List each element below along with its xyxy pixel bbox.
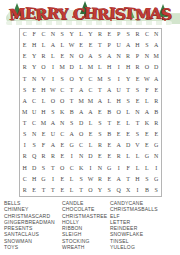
grid-cell-r13c13: L xyxy=(133,163,142,174)
title-letter: S xyxy=(160,3,171,26)
grid-cell-r10c8: E xyxy=(86,129,95,140)
grid-cell-r8c14: A xyxy=(142,107,151,118)
grid-cell-r8c1: M xyxy=(20,107,29,118)
grid-cell-r14c4: I xyxy=(48,174,57,185)
grid-cell-r15c2: E xyxy=(29,185,38,196)
grid-cell-r9c2: C xyxy=(29,118,38,129)
grid-cell-r7c6: T xyxy=(67,96,76,107)
grid-cell-r7c4: O xyxy=(48,96,57,107)
grid-cell-r3c8: A xyxy=(86,51,95,62)
grid-cell-r5c11: I xyxy=(114,74,123,85)
grid-cell-r10c11: E xyxy=(114,129,123,140)
grid-cell-r8c8: A xyxy=(86,107,95,118)
grid-cell-r12c12: L xyxy=(123,151,132,162)
grid-cell-r8c10: B xyxy=(105,107,114,118)
grid-cell-r15c3: T xyxy=(39,185,48,196)
grid-cell-r10c14: E xyxy=(142,129,151,140)
grid-cell-r9c4: A xyxy=(48,118,57,129)
grid-cell-r13c12: F xyxy=(123,163,132,174)
grid-cell-r2c8: E xyxy=(86,40,95,51)
grid-cell-r11c5: E xyxy=(58,140,67,151)
grid-cell-r12c7: N xyxy=(76,151,85,162)
grid-cell-r15c6: L xyxy=(67,185,76,196)
grid-cell-r13c4: T xyxy=(48,163,57,174)
grid-cell-r3c3: R xyxy=(39,51,48,62)
grid-cell-r4c1: R xyxy=(20,62,29,73)
grid-cell-r8c15: B xyxy=(152,107,161,118)
grid-cell-r3c7: O xyxy=(76,51,85,62)
grid-cell-r5c1: T xyxy=(20,74,29,85)
grid-cell-r3c14: N xyxy=(142,51,151,62)
grid-cell-r6c7: A xyxy=(76,85,85,96)
grid-cell-r7c9: A xyxy=(95,96,104,107)
puzzle-title: MERRYCHRISTMAS xyxy=(6,3,174,25)
grid-cell-r14c11: A xyxy=(114,174,123,185)
grid-cell-r14c8: W xyxy=(86,174,95,185)
grid-cell-r13c1: H xyxy=(20,163,29,174)
grid-cell-r11c15: G xyxy=(152,140,161,151)
grid-cell-r2c6: W xyxy=(67,40,76,51)
grid-cell-r12c8: D xyxy=(86,151,95,162)
grid-cell-r13c6: C xyxy=(67,163,76,174)
grid-cell-r4c6: D xyxy=(67,62,76,73)
grid-cell-r6c14: F xyxy=(142,85,151,96)
grid-cell-r11c9: R xyxy=(95,140,104,151)
grid-cell-r6c8: C xyxy=(86,85,95,96)
grid-cell-r14c7: S xyxy=(76,174,85,185)
grid-cell-r12c11: R xyxy=(114,151,123,162)
grid-cell-r7c1: A xyxy=(20,96,29,107)
word-list-item: WREATH xyxy=(62,244,108,250)
grid-cell-r13c7: K xyxy=(76,163,85,174)
grid-cell-r4c14: O xyxy=(142,62,151,73)
grid-cell-r9c3: M xyxy=(39,118,48,129)
grid-cell-r11c12: D xyxy=(123,140,132,151)
grid-cell-r5c3: V xyxy=(39,74,48,85)
grid-cell-r11c8: L xyxy=(86,140,95,151)
grid-cell-r1c1: C xyxy=(20,29,29,40)
title-letter: Y xyxy=(58,3,69,26)
grid-cell-r9c11: E xyxy=(114,118,123,129)
grid-cell-r12c10: E xyxy=(105,151,114,162)
grid-cell-r1c4: N xyxy=(48,29,57,40)
grid-cell-r7c11: H xyxy=(114,96,123,107)
grid-cell-r9c12: L xyxy=(123,118,132,129)
grid-cell-r13c14: L xyxy=(142,163,151,174)
grid-cell-r12c15: N xyxy=(152,151,161,162)
grid-cell-r11c6: G xyxy=(67,140,76,151)
grid-cell-r14c1: C xyxy=(20,174,29,185)
grid-cell-r13c9: N xyxy=(95,163,104,174)
grid-cell-r8c6: B xyxy=(67,107,76,118)
grid-cell-r5c10: S xyxy=(105,74,114,85)
grid-cell-r3c4: L xyxy=(48,51,57,62)
grid-cell-r8c7: A xyxy=(76,107,85,118)
grid-cell-r10c15: E xyxy=(152,129,161,140)
grid-cell-r12c2: Q xyxy=(29,151,38,162)
grid-cell-r5c14: W xyxy=(142,74,151,85)
grid-cell-r7c10: L xyxy=(105,96,114,107)
word-list-item: CHRISTMASTREE xyxy=(62,213,108,219)
grid-cell-r4c12: H xyxy=(123,62,132,73)
grid-cell-r8c2: U xyxy=(29,107,38,118)
grid-cell-r4c3: O xyxy=(39,62,48,73)
grid-cell-r7c15: R xyxy=(152,96,161,107)
grid-cell-r7c13: E xyxy=(133,96,142,107)
grid-cell-r1c3: C xyxy=(39,29,48,40)
grid-cell-r8c5: K xyxy=(58,107,67,118)
grid-cell-r15c9: Y xyxy=(95,185,104,196)
grid-cell-r10c4: U xyxy=(48,129,57,140)
grid-cell-r10c3: E xyxy=(39,129,48,140)
grid-cell-r11c3: F xyxy=(39,140,48,151)
title-letter: R xyxy=(96,3,109,26)
grid-cell-r9c6: S xyxy=(67,118,76,129)
grid-cell-r2c15: A xyxy=(152,40,161,51)
grid-cell-r10c6: A xyxy=(67,129,76,140)
grid-cell-r5c9: M xyxy=(95,74,104,85)
grid-cell-r1c11: P xyxy=(114,29,123,40)
grid-cell-r3c10: A xyxy=(105,51,114,62)
grid-cell-r12c13: L xyxy=(133,151,142,162)
word-list-item: YULELOG xyxy=(110,244,170,250)
grid-cell-r10c13: S xyxy=(133,129,142,140)
grid-cell-r13c5: O xyxy=(58,163,67,174)
grid-cell-r6c6: T xyxy=(67,85,76,96)
grid-cell-r4c5: M xyxy=(58,62,67,73)
grid-cell-r7c3: L xyxy=(39,96,48,107)
grid-cell-r14c5: E xyxy=(58,174,67,185)
grid-cell-r9c10: T xyxy=(105,118,114,129)
grid-cell-r14c12: T xyxy=(123,174,132,185)
grid-cell-r12c6: I xyxy=(67,151,76,162)
grid-cell-r2c14: S xyxy=(142,40,151,51)
grid-cell-r3c9: S xyxy=(95,51,104,62)
grid-cell-r8c13: N xyxy=(133,107,142,118)
grid-cell-r15c7: T xyxy=(76,185,85,196)
grid-cell-r1c13: R xyxy=(133,29,142,40)
grid-cell-r5c2: N xyxy=(29,74,38,85)
grid-cell-r7c8: M xyxy=(86,96,95,107)
grid-cell-r5c4: I xyxy=(48,74,57,85)
grid-cell-r7c14: L xyxy=(142,96,151,107)
grid-cell-r15c4: T xyxy=(48,185,57,196)
grid-cell-r10c2: N xyxy=(29,129,38,140)
grid-cell-r1c7: L xyxy=(76,29,85,40)
grid-cell-r15c10: S xyxy=(105,185,114,196)
grid-cell-r3c1: E xyxy=(20,51,29,62)
grid-cell-r2c1: E xyxy=(20,40,29,51)
word-list-column-2: CANDLECHOCOLATECHRISTMASTREEHOLLYRIBBONS… xyxy=(62,200,108,250)
grid-cell-r15c12: X xyxy=(123,185,132,196)
grid-cell-r8c12: L xyxy=(123,107,132,118)
grid-cell-r2c7: E xyxy=(76,40,85,51)
grid-cell-r13c11: I xyxy=(114,163,123,174)
grid-cell-r4c11: I xyxy=(114,62,123,73)
grid-cell-r4c9: L xyxy=(95,62,104,73)
grid-cell-r5c12: Y xyxy=(123,74,132,85)
grid-cell-r3c15: M xyxy=(152,51,161,62)
grid-cell-r6c11: U xyxy=(114,85,123,96)
grid-cell-r10c12: E xyxy=(123,129,132,140)
title-letter: M xyxy=(134,3,151,26)
grid-cell-r15c13: I xyxy=(133,185,142,196)
grid-cell-r3c12: R xyxy=(123,51,132,62)
grid-cell-r5c13: E xyxy=(133,74,142,85)
grid-cell-r10c1: S xyxy=(20,129,29,140)
grid-cell-r13c3: S xyxy=(39,163,48,174)
grid-cell-r15c14: B xyxy=(142,185,151,196)
grid-cell-r15c8: O xyxy=(86,185,95,196)
grid-cell-r9c9: S xyxy=(95,118,104,129)
grid-cell-r8c4: S xyxy=(48,107,57,118)
grid-cell-r10c9: S xyxy=(95,129,104,140)
grid-cell-r9c7: D xyxy=(76,118,85,129)
grid-cell-r6c5: C xyxy=(58,85,67,96)
grid-cell-r1c10: E xyxy=(105,29,114,40)
grid-cell-r5c7: Y xyxy=(76,74,85,85)
grid-cell-r10c5: C xyxy=(58,129,67,140)
grid-cell-r8c9: E xyxy=(95,107,104,118)
grid-cell-r11c11: A xyxy=(114,140,123,151)
grid-cell-r4c10: H xyxy=(105,62,114,73)
grid-cell-r9c13: T xyxy=(133,118,142,129)
grid-cell-r2c5: L xyxy=(58,40,67,51)
title-banner: MERRYCHRISTMAS xyxy=(6,1,174,27)
grid-cell-r11c2: S xyxy=(29,140,38,151)
grid-cell-r11c13: V xyxy=(133,140,142,151)
grid-cell-r2c10: P xyxy=(105,40,114,51)
grid-cell-r1c15: N xyxy=(152,29,161,40)
grid-cell-r3c11: N xyxy=(114,51,123,62)
grid-cell-r14c13: H xyxy=(133,174,142,185)
grid-cell-r4c2: Y xyxy=(29,62,38,73)
grid-cell-r7c7: M xyxy=(76,96,85,107)
grid-cell-r11c10: E xyxy=(105,140,114,151)
grid-cell-r12c9: E xyxy=(95,151,104,162)
grid-cell-r11c14: E xyxy=(142,140,151,151)
grid-cell-r10c7: O xyxy=(76,129,85,140)
grid-cell-r12c3: R xyxy=(39,151,48,162)
grid-cell-r6c13: S xyxy=(133,85,142,96)
grid-cell-r12c4: R xyxy=(48,151,57,162)
word-list-column-1: BELLSCHIMNEYCHRISTMASCARDGINGERBREADMANP… xyxy=(4,200,60,250)
title-letter: M xyxy=(9,3,26,26)
grid-cell-r1c12: S xyxy=(123,29,132,40)
grid-cell-r6c2: E xyxy=(29,85,38,96)
grid-cell-r4c4: I xyxy=(48,62,57,73)
grid-cell-r6c4: W xyxy=(48,85,57,96)
grid-cell-r6c12: T xyxy=(123,85,132,96)
grid-cell-r13c10: G xyxy=(105,163,114,174)
grid-cell-r3c5: E xyxy=(58,51,67,62)
grid-cell-r2c2: H xyxy=(29,40,38,51)
grid-cell-r3c6: N xyxy=(67,51,76,62)
grid-cell-r6c1: S xyxy=(20,85,29,96)
grid-cell-r9c15: R xyxy=(152,118,161,129)
grid-cell-r2c13: H xyxy=(133,40,142,51)
grid-cell-r11c4: A xyxy=(48,140,57,151)
grid-cell-r13c2: D xyxy=(29,163,38,174)
grid-cell-r9c8: L xyxy=(86,118,95,129)
grid-cell-r7c12: S xyxy=(123,96,132,107)
grid-cell-r12c5: E xyxy=(58,151,67,162)
grid-cell-r15c11: Q xyxy=(114,185,123,196)
grid-cell-r8c3: H xyxy=(39,107,48,118)
grid-cell-r2c4: A xyxy=(48,40,57,51)
grid-cell-r2c3: L xyxy=(39,40,48,51)
grid-cell-r14c14: S xyxy=(142,174,151,185)
grid-cell-r12c1: R xyxy=(20,151,29,162)
grid-cell-r5c15: A xyxy=(152,74,161,85)
grid-cell-r6c3: H xyxy=(39,85,48,96)
grid-cell-r2c11: U xyxy=(114,40,123,51)
grid-cell-r15c15: S xyxy=(152,185,161,196)
grid-cell-r5c6: O xyxy=(67,74,76,85)
grid-cell-r13c8: I xyxy=(86,163,95,174)
grid-cell-r5c8: C xyxy=(86,74,95,85)
grid-cell-r7c2: C xyxy=(29,96,38,107)
grid-cell-r14c2: H xyxy=(29,174,38,185)
grid-cell-r3c2: Y xyxy=(29,51,38,62)
grid-cell-r2c12: A xyxy=(123,40,132,51)
grid-cell-r11c7: C xyxy=(76,140,85,151)
grid-cell-r13c15: I xyxy=(152,163,161,174)
grid-cell-r9c14: K xyxy=(142,118,151,129)
grid-cell-r1c2: F xyxy=(29,29,38,40)
grid-cell-r14c15: G xyxy=(152,174,161,185)
grid-cell-r4c7: L xyxy=(76,62,85,73)
word-list-item: TOYS xyxy=(4,244,60,250)
grid-cell-r9c5: N xyxy=(58,118,67,129)
grid-cell-r4c8: M xyxy=(86,62,95,73)
grid-cell-r2c9: T xyxy=(95,40,104,51)
grid-cell-r7c5: O xyxy=(58,96,67,107)
grid-cell-r11c1: I xyxy=(20,140,29,151)
grid-cell-r1c9: R xyxy=(95,29,104,40)
grid-cell-r1c5: S xyxy=(58,29,67,40)
grid-cell-r4c15: D xyxy=(152,62,161,73)
grid-cell-r6c10: A xyxy=(105,85,114,96)
grid-cell-r9c1: T xyxy=(20,118,29,129)
grid-cell-r3c13: P xyxy=(133,51,142,62)
grid-cell-r14c10: E xyxy=(105,174,114,185)
grid-cell-r14c6: L xyxy=(67,174,76,185)
grid-cell-r1c8: Y xyxy=(86,29,95,40)
grid-cell-r15c1: R xyxy=(20,185,29,196)
grid-cell-r8c11: O xyxy=(114,107,123,118)
grid-cell-r14c9: R xyxy=(95,174,104,185)
grid-cell-r6c15: E xyxy=(152,85,161,96)
grid-cell-r6c9: T xyxy=(95,85,104,96)
grid-cell-r15c5: E xyxy=(58,185,67,196)
grid-cell-r14c3: G xyxy=(39,174,48,185)
grid-cell-r1c6: Y xyxy=(67,29,76,40)
grid-cell-r1c14: C xyxy=(142,29,151,40)
word-list-column-3: CANDYCANECHRISTMASBALLSELFLETTERREINDEER… xyxy=(110,200,170,250)
grid-cell-r4c13: R xyxy=(133,62,142,73)
grid-cell-r12c14: G xyxy=(142,151,151,162)
word-search-grid: CFCNSYLYREPSRCNEHLALWEETPUAHSAEYRLENOASA… xyxy=(19,28,162,197)
grid-cell-r5c5: S xyxy=(58,74,67,85)
grid-cell-r10c10: B xyxy=(105,129,114,140)
